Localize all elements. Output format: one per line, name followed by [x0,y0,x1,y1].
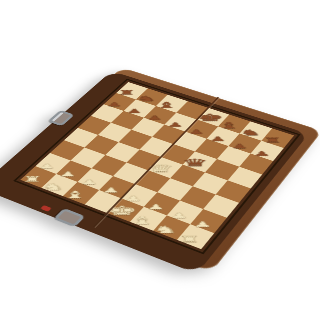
metal-latch-icon [53,208,85,227]
light-rook-piece: ♜ [176,235,204,244]
chess-board: ♜♞♝♚♝♞♜♟♟♟♟♟♟♟♟♛♛♟♟♟♟♟♟♟♟♜♞♝♚♝♞♜ [20,82,294,249]
pinstripe-border: ♜♞♝♚♝♞♜♟♟♟♟♟♟♟♟♛♛♟♟♟♟♟♟♟♟♜♞♝♚♝♞♜ [13,79,300,255]
light-knight-piece: ♞ [152,225,179,235]
red-accent [40,205,52,212]
product-photo: ♜♞♝♚♝♞♜♟♟♟♟♟♟♟♟♛♛♟♟♟♟♟♟♟♟♜♞♝♚♝♞♜ [0,0,320,320]
metal-latch-icon [47,110,74,126]
light-rook-piece: ♜ [19,175,46,183]
wooden-frame: ♜♞♝♚♝♞♜♟♟♟♟♟♟♟♟♛♛♟♟♟♟♟♟♟♟♜♞♝♚♝♞♜ [0,67,320,272]
